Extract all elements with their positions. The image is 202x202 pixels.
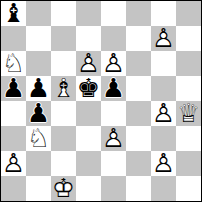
square-g7[interactable]: ♟♙ bbox=[151, 26, 176, 51]
square-f3[interactable] bbox=[126, 126, 151, 151]
piece-white-king[interactable]: ♚♔ bbox=[51, 176, 76, 201]
square-h7[interactable] bbox=[176, 26, 201, 51]
square-b7[interactable] bbox=[26, 26, 51, 51]
square-d8[interactable] bbox=[76, 1, 101, 26]
square-f1[interactable] bbox=[126, 176, 151, 201]
square-b1[interactable] bbox=[26, 176, 51, 201]
white-pawn-glyph-outline: ♙ bbox=[151, 151, 176, 176]
square-a8[interactable]: ♝ bbox=[1, 1, 26, 26]
square-f7[interactable] bbox=[126, 26, 151, 51]
white-knight-glyph-outline: ♘ bbox=[26, 126, 51, 151]
square-c8[interactable] bbox=[51, 1, 76, 26]
square-f6[interactable] bbox=[126, 51, 151, 76]
square-c3[interactable] bbox=[51, 126, 76, 151]
square-d4[interactable] bbox=[76, 101, 101, 126]
white-pawn-glyph-outline: ♙ bbox=[151, 26, 176, 51]
black-pawn-glyph: ♟ bbox=[101, 76, 126, 101]
square-e3[interactable]: ♟♙ bbox=[101, 126, 126, 151]
square-f5[interactable] bbox=[126, 76, 151, 101]
black-pawn-glyph: ♟ bbox=[1, 76, 26, 101]
white-pawn-glyph-outline: ♙ bbox=[101, 126, 126, 151]
chess-board: ♝♟♙♞♘♟♙♟♙♟♟♝♗♚♟♟♟♙♛♕♞♘♟♙♟♙♟♙♚♔ bbox=[0, 0, 202, 202]
square-f2[interactable] bbox=[126, 151, 151, 176]
piece-white-pawn[interactable]: ♟♙ bbox=[151, 26, 176, 51]
square-h4[interactable]: ♛♕ bbox=[176, 101, 201, 126]
square-d5[interactable]: ♚ bbox=[76, 76, 101, 101]
white-pawn-glyph-outline: ♙ bbox=[1, 151, 26, 176]
square-h2[interactable] bbox=[176, 151, 201, 176]
piece-black-pawn[interactable]: ♟ bbox=[101, 76, 126, 101]
piece-black-king[interactable]: ♚ bbox=[76, 76, 101, 101]
piece-black-bishop[interactable]: ♝ bbox=[1, 1, 26, 26]
square-c4[interactable] bbox=[51, 101, 76, 126]
square-f8[interactable] bbox=[126, 1, 151, 26]
square-a4[interactable] bbox=[1, 101, 26, 126]
square-b8[interactable] bbox=[26, 1, 51, 26]
square-f4[interactable] bbox=[126, 101, 151, 126]
piece-white-pawn[interactable]: ♟♙ bbox=[101, 126, 126, 151]
square-g1[interactable] bbox=[151, 176, 176, 201]
white-bishop-glyph-outline: ♗ bbox=[51, 76, 76, 101]
piece-white-knight[interactable]: ♞♘ bbox=[26, 126, 51, 151]
square-h8[interactable] bbox=[176, 1, 201, 26]
square-g4[interactable]: ♟♙ bbox=[151, 101, 176, 126]
square-d2[interactable] bbox=[76, 151, 101, 176]
square-b2[interactable] bbox=[26, 151, 51, 176]
square-b3[interactable]: ♞♘ bbox=[26, 126, 51, 151]
square-e8[interactable] bbox=[101, 1, 126, 26]
piece-black-pawn[interactable]: ♟ bbox=[1, 76, 26, 101]
white-king-glyph-outline: ♔ bbox=[51, 176, 76, 201]
square-c7[interactable] bbox=[51, 26, 76, 51]
white-queen-glyph-outline: ♕ bbox=[176, 101, 201, 126]
square-c1[interactable]: ♚♔ bbox=[51, 176, 76, 201]
square-d3[interactable] bbox=[76, 126, 101, 151]
square-a5[interactable]: ♟ bbox=[1, 76, 26, 101]
square-h6[interactable] bbox=[176, 51, 201, 76]
square-e5[interactable]: ♟ bbox=[101, 76, 126, 101]
square-c5[interactable]: ♝♗ bbox=[51, 76, 76, 101]
piece-white-pawn[interactable]: ♟♙ bbox=[151, 151, 176, 176]
square-g2[interactable]: ♟♙ bbox=[151, 151, 176, 176]
square-a1[interactable] bbox=[1, 176, 26, 201]
square-e1[interactable] bbox=[101, 176, 126, 201]
square-h3[interactable] bbox=[176, 126, 201, 151]
black-king-glyph: ♚ bbox=[76, 76, 101, 101]
square-a2[interactable]: ♟♙ bbox=[1, 151, 26, 176]
piece-white-bishop[interactable]: ♝♗ bbox=[51, 76, 76, 101]
piece-white-pawn[interactable]: ♟♙ bbox=[1, 151, 26, 176]
black-bishop-glyph: ♝ bbox=[1, 1, 26, 26]
square-d1[interactable] bbox=[76, 176, 101, 201]
square-g6[interactable] bbox=[151, 51, 176, 76]
piece-white-queen[interactable]: ♛♕ bbox=[176, 101, 201, 126]
square-e2[interactable] bbox=[101, 151, 126, 176]
square-h1[interactable] bbox=[176, 176, 201, 201]
piece-white-pawn[interactable]: ♟♙ bbox=[151, 101, 176, 126]
white-pawn-glyph-outline: ♙ bbox=[151, 101, 176, 126]
